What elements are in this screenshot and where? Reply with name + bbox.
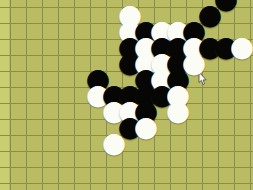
board-cell-c14-r0[interactable]: [234, 7, 250, 23]
board-cell-c1-r8[interactable]: [26, 135, 42, 151]
board-cell-c10-r10[interactable]: [170, 167, 186, 183]
board-cell-c4-r3[interactable]: [74, 55, 90, 71]
board-cell-c11-r4[interactable]: [186, 71, 202, 87]
board-cell-c5-r7[interactable]: [90, 119, 106, 135]
board-cell-c14-r5[interactable]: [234, 87, 250, 103]
board-cell-c6-r3[interactable]: [106, 55, 122, 71]
board-cell-c7-r0[interactable]: [122, 7, 138, 23]
board-cell-c8-r7[interactable]: [138, 119, 154, 135]
board-cell-c8-r6[interactable]: [138, 103, 154, 119]
board-cell-c8-r0[interactable]: [138, 7, 154, 23]
board-cell-c11-r10[interactable]: [186, 167, 202, 183]
board-cell-c0-r4[interactable]: [10, 71, 26, 87]
board-cell-c2-r3[interactable]: [42, 55, 58, 71]
board-cell-c3-r7[interactable]: [58, 119, 74, 135]
board-cell-c7-r4[interactable]: [122, 71, 138, 87]
board-cell-c2-r10[interactable]: [42, 167, 58, 183]
board-cell-c6-r8[interactable]: [106, 135, 122, 151]
board-cell-c8-r4[interactable]: [138, 71, 154, 87]
board-cell-c9-r6[interactable]: [154, 103, 170, 119]
board-cell-c4-r10[interactable]: [74, 167, 90, 183]
board-cell-c5-r3[interactable]: [90, 55, 106, 71]
board-cell-c10-r9[interactable]: [170, 151, 186, 167]
board-cell-c1-r5[interactable]: [26, 87, 42, 103]
board-cell-c6-r9[interactable]: [106, 151, 122, 167]
board-cell-c12-r4[interactable]: [202, 71, 218, 87]
board-cell-c10-r4[interactable]: [170, 71, 186, 87]
board-cell-c4-r6[interactable]: [74, 103, 90, 119]
board-cell-c3-r9[interactable]: [58, 151, 74, 167]
board-cell-c12-r7[interactable]: [202, 119, 218, 135]
board-cell-c1-r10[interactable]: [26, 167, 42, 183]
board-cell-c2-r8[interactable]: [42, 135, 58, 151]
board-cell-c3-r10[interactable]: [58, 167, 74, 183]
board-cell-c11-r2[interactable]: [186, 39, 202, 55]
board-cell-c0-r7[interactable]: [10, 119, 26, 135]
board-cell-c10-r3[interactable]: [170, 55, 186, 71]
board-cell-c0-r8[interactable]: [10, 135, 26, 151]
board-cell-c4-r2[interactable]: [74, 39, 90, 55]
board-cell-c5-r0[interactable]: [90, 7, 106, 23]
board-cell-c9-r9[interactable]: [154, 151, 170, 167]
board-cell-c4-r4[interactable]: [74, 71, 90, 87]
board-cell-c2-r1[interactable]: [42, 23, 58, 39]
board-cell-c3-r5[interactable]: [58, 87, 74, 103]
board-cell-c4-r8[interactable]: [74, 135, 90, 151]
board-cell-c12-r9[interactable]: [202, 151, 218, 167]
board-cell-c14-r10[interactable]: [234, 167, 250, 183]
board-cell-c0-r5[interactable]: [10, 87, 26, 103]
board-cell-c10-r8[interactable]: [170, 135, 186, 151]
board-cell-c12-r5[interactable]: [202, 87, 218, 103]
board-cell-c5-r1[interactable]: [90, 23, 106, 39]
board-cell-c13-r7[interactable]: [218, 119, 234, 135]
board-cell-c0-r6[interactable]: [10, 103, 26, 119]
board-cell-c13-r1[interactable]: [218, 23, 234, 39]
board-cell-c0-r0[interactable]: [10, 7, 26, 23]
board-cell-c14-r3[interactable]: [234, 55, 250, 71]
board-cell-c0-r10[interactable]: [10, 167, 26, 183]
board-cell-c8-r10[interactable]: [138, 167, 154, 183]
board-cell-c7-r6[interactable]: [122, 103, 138, 119]
board-cell-c7-r10[interactable]: [122, 167, 138, 183]
board-cell-c6-r5[interactable]: [106, 87, 122, 103]
board-cell-c11-r8[interactable]: [186, 135, 202, 151]
board-cell-c3-r8[interactable]: [58, 135, 74, 151]
board-cell-c4-r5[interactable]: [74, 87, 90, 103]
board-cell-c10-r7[interactable]: [170, 119, 186, 135]
board-cell-c9-r2[interactable]: [154, 39, 170, 55]
board-cells: [0, 0, 253, 190]
board-cell-c8-r2[interactable]: [138, 39, 154, 55]
board-cell-c5-r8[interactable]: [90, 135, 106, 151]
board-cell-c7-r5[interactable]: [122, 87, 138, 103]
board-cell-c2-r7[interactable]: [42, 119, 58, 135]
board-cell-c10-r6[interactable]: [170, 103, 186, 119]
board-cell-c12-r1[interactable]: [202, 23, 218, 39]
board-cell-c8-r1[interactable]: [138, 23, 154, 39]
board-cell-c11-r6[interactable]: [186, 103, 202, 119]
board-cell-c2-r6[interactable]: [42, 103, 58, 119]
board-cell-c10-r0[interactable]: [170, 7, 186, 23]
board-cell-c9-r1[interactable]: [154, 23, 170, 39]
board-cell-c1-r6[interactable]: [26, 103, 42, 119]
board-cell-c10-r2[interactable]: [170, 39, 186, 55]
board-cell-c12-r6[interactable]: [202, 103, 218, 119]
board-cell-c3-r1[interactable]: [58, 23, 74, 39]
board-cell-c7-r2[interactable]: [122, 39, 138, 55]
board-cell-c13-r8[interactable]: [218, 135, 234, 151]
board-cell-c12-r10[interactable]: [202, 167, 218, 183]
board-cell-c2-r4[interactable]: [42, 71, 58, 87]
board-cell-c8-r5[interactable]: [138, 87, 154, 103]
board-cell-c3-r3[interactable]: [58, 55, 74, 71]
board-cell-c7-r8[interactable]: [122, 135, 138, 151]
board-cell-c2-r0[interactable]: [42, 7, 58, 23]
board-cell-c1-r3[interactable]: [26, 55, 42, 71]
board-cell-c3-r6[interactable]: [58, 103, 74, 119]
board-cell-c14-r1[interactable]: [234, 23, 250, 39]
board-cell-c6-r6[interactable]: [106, 103, 122, 119]
board-cell-c6-r4[interactable]: [106, 71, 122, 87]
board-cell-c3-r2[interactable]: [58, 39, 74, 55]
board-cell-c10-r1[interactable]: [170, 23, 186, 39]
board-cell-c12-r0[interactable]: [202, 7, 218, 23]
board-cell-c12-r2[interactable]: [202, 39, 218, 55]
board-cell-c8-r3[interactable]: [138, 55, 154, 71]
board-cell-c7-r9[interactable]: [122, 151, 138, 167]
board-cell-c6-r0[interactable]: [106, 7, 122, 23]
board-cell-c13-r9[interactable]: [218, 151, 234, 167]
board-cell-c2-r2[interactable]: [42, 39, 58, 55]
board-cell-c9-r5[interactable]: [154, 87, 170, 103]
board-cell-c12-r3[interactable]: [202, 55, 218, 71]
board-cell-c1-r1[interactable]: [26, 23, 42, 39]
board-cell-c14-r9[interactable]: [234, 151, 250, 167]
board-cell-c13-r5[interactable]: [218, 87, 234, 103]
board-cell-c9-r4[interactable]: [154, 71, 170, 87]
board-cell-c14-r6[interactable]: [234, 103, 250, 119]
board-cell-c0-r9[interactable]: [10, 151, 26, 167]
board-cell-c11-r1[interactable]: [186, 23, 202, 39]
board-cell-c6-r1[interactable]: [106, 23, 122, 39]
board-cell-c1-r4[interactable]: [26, 71, 42, 87]
board-cell-c4-r1[interactable]: [74, 23, 90, 39]
board-cell-c9-r7[interactable]: [154, 119, 170, 135]
board-cell-c14-r2[interactable]: [234, 39, 250, 55]
board-cell-c11-r9[interactable]: [186, 151, 202, 167]
board-cell-c6-r7[interactable]: [106, 119, 122, 135]
board-cell-c5-r2[interactable]: [90, 39, 106, 55]
board-cell-c8-r8[interactable]: [138, 135, 154, 151]
board-cell-c0-r1[interactable]: [10, 23, 26, 39]
board-cell-c5-r6[interactable]: [90, 103, 106, 119]
board-cell-c5-r9[interactable]: [90, 151, 106, 167]
board-cell-c1-r0[interactable]: [26, 7, 42, 23]
board-cell-c14-r4[interactable]: [234, 71, 250, 87]
board-cell-c13-r6[interactable]: [218, 103, 234, 119]
board-cell-c12-r8[interactable]: [202, 135, 218, 151]
board-cell-c9-r8[interactable]: [154, 135, 170, 151]
board-cell-c14-r7[interactable]: [234, 119, 250, 135]
board-cell-c0-r3[interactable]: [10, 55, 26, 71]
board-cell-c13-r2[interactable]: [218, 39, 234, 55]
board-cell-c1-r9[interactable]: [26, 151, 42, 167]
board-cell-c13-r0[interactable]: [218, 7, 234, 23]
board-cell-c3-r4[interactable]: [58, 71, 74, 87]
board-cell-c9-r0[interactable]: [154, 7, 170, 23]
board-cell-c4-r9[interactable]: [74, 151, 90, 167]
board-cell-c14-r8[interactable]: [234, 135, 250, 151]
gomoku-board[interactable]: ●●●●●●●●●●●●●●●●●●●●●●●●●●●●●●●●●●●●●●: [0, 0, 253, 190]
board-cell-c6-r10[interactable]: [106, 167, 122, 183]
board-cell-c5-r4[interactable]: [90, 71, 106, 87]
board-cell-c11-r3[interactable]: [186, 55, 202, 71]
board-cell-c9-r10[interactable]: [154, 167, 170, 183]
board-cell-c0-r2[interactable]: [10, 39, 26, 55]
board-cell-c3-r0[interactable]: [58, 7, 74, 23]
board-cell-c2-r5[interactable]: [42, 87, 58, 103]
board-cell-c7-r3[interactable]: [122, 55, 138, 71]
board-cell-c4-r0[interactable]: [74, 7, 90, 23]
board-cell-c13-r4[interactable]: [218, 71, 234, 87]
board-cell-c11-r7[interactable]: [186, 119, 202, 135]
board-cell-c9-r3[interactable]: [154, 55, 170, 71]
board-cell-c1-r7[interactable]: [26, 119, 42, 135]
board-cell-c4-r7[interactable]: [74, 119, 90, 135]
board-cell-c11-r5[interactable]: [186, 87, 202, 103]
board-cell-c10-r5[interactable]: [170, 87, 186, 103]
board-cell-c5-r5[interactable]: [90, 87, 106, 103]
board-cell-c2-r9[interactable]: [42, 151, 58, 167]
board-cell-c11-r0[interactable]: [186, 7, 202, 23]
board-cell-c5-r10[interactable]: [90, 167, 106, 183]
board-cell-c13-r3[interactable]: [218, 55, 234, 71]
board-cell-c7-r7[interactable]: [122, 119, 138, 135]
board-cell-c6-r2[interactable]: [106, 39, 122, 55]
board-cell-c8-r9[interactable]: [138, 151, 154, 167]
board-cell-c1-r2[interactable]: [26, 39, 42, 55]
board-cell-c7-r1[interactable]: [122, 23, 138, 39]
board-cell-c13-r10[interactable]: [218, 167, 234, 183]
